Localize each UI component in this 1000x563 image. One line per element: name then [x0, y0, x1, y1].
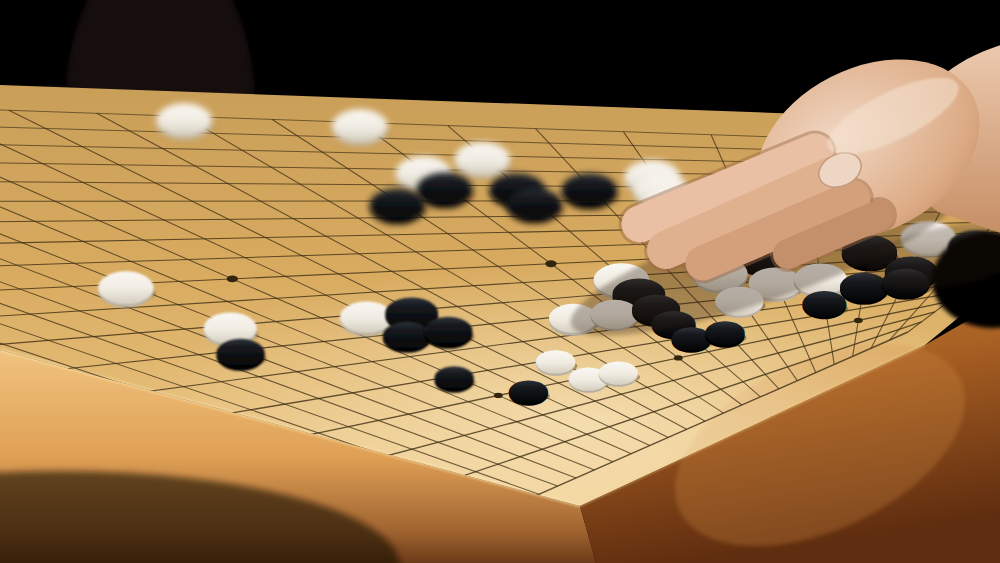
- stone-white-K19: ●●: [328, 97, 391, 150]
- stone-black-E4: ●●: [506, 371, 551, 409]
- star-point: [494, 393, 503, 398]
- stone-glyph: ●: [503, 176, 566, 226]
- stone-glyph: ●: [366, 176, 429, 226]
- stone-glyph: ●: [94, 259, 157, 309]
- star-point: [227, 276, 238, 283]
- scene-svg: ●●●●●●●●●●●●●●●●●●●●●●●●●●●●●●●●●●●●●●●●…: [0, 0, 1000, 563]
- stone-black-D5: ●●: [431, 358, 476, 396]
- stone-white-H4: ●●: [596, 352, 641, 390]
- star-point: [854, 318, 863, 323]
- stone-white-B10: ●●: [94, 259, 157, 312]
- go-game-photo-scene: ●●●●●●●●●●●●●●●●●●●●●●●●●●●●●●●●●●●●●●●●…: [0, 0, 1000, 563]
- star-point: [545, 260, 556, 267]
- stone-black-J14: ●●: [366, 176, 429, 229]
- stone-glyph: ●: [558, 161, 621, 211]
- stone-glyph: ●: [431, 358, 476, 394]
- stone-black-M15: ●●: [558, 161, 621, 214]
- stone-glyph: ●: [328, 97, 391, 147]
- stone-glyph: ●: [596, 352, 641, 388]
- stone-glyph: ●: [213, 328, 268, 372]
- stone-black-F7: ●●: [421, 306, 476, 352]
- stone-glyph: ●: [421, 306, 476, 350]
- stone-glyph: ●: [506, 371, 551, 407]
- stone-white-H19: ●●: [153, 91, 216, 144]
- stone-black-A7: ●●: [213, 328, 268, 374]
- stone-glyph: ●: [153, 91, 216, 141]
- stone-black-L14: ●●: [503, 176, 566, 229]
